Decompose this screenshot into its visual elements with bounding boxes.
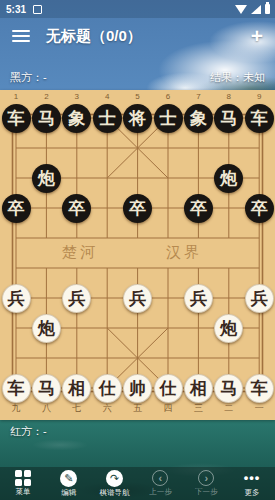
piece-black-卒[interactable]: 卒 <box>245 194 274 223</box>
hamburger-menu-icon[interactable] <box>12 27 30 45</box>
nav-menu-button[interactable]: 菜单 <box>6 470 40 497</box>
piece-black-马[interactable]: 马 <box>214 104 243 133</box>
file-label-top-2: 2 <box>36 92 56 101</box>
notification-icon <box>33 5 42 14</box>
file-label-top-9: 9 <box>249 92 269 101</box>
piece-red-仕[interactable]: 仕 <box>93 374 122 403</box>
nav-edit-button[interactable]: ✎ 编辑 <box>52 470 86 498</box>
piece-black-车[interactable]: 车 <box>2 104 31 133</box>
file-label-top-8: 8 <box>219 92 239 101</box>
river-label-chu: 楚河 <box>62 243 98 262</box>
file-label-top-5: 5 <box>128 92 148 101</box>
toolbar: 无标题（0/0） + <box>0 18 275 54</box>
piece-red-兵[interactable]: 兵 <box>123 284 152 313</box>
next-step-icon: › <box>198 470 214 486</box>
piece-red-炮[interactable]: 炮 <box>214 314 243 343</box>
status-bar: 5:31 <box>0 0 275 18</box>
piece-red-兵[interactable]: 兵 <box>245 284 274 313</box>
add-button[interactable]: + <box>251 26 263 46</box>
nav-more-button[interactable]: ••• 更多 <box>235 470 269 498</box>
piece-black-士[interactable]: 士 <box>93 104 122 133</box>
piece-black-马[interactable]: 马 <box>32 104 61 133</box>
file-label-bottom-5: 五 <box>128 402 148 415</box>
piece-red-兵[interactable]: 兵 <box>62 284 91 313</box>
piece-black-炮[interactable]: 炮 <box>214 164 243 193</box>
file-label-bottom-3: 七 <box>67 402 87 415</box>
piece-red-兵[interactable]: 兵 <box>184 284 213 313</box>
piece-red-车[interactable]: 车 <box>2 374 31 403</box>
file-label-top-7: 7 <box>188 92 208 101</box>
edit-pencil-icon: ✎ <box>60 470 77 487</box>
grid-menu-icon <box>15 470 31 486</box>
piece-red-炮[interactable]: 炮 <box>32 314 61 343</box>
file-label-bottom-8: 二 <box>219 402 239 415</box>
piece-black-象[interactable]: 象 <box>184 104 213 133</box>
black-player-row: 黑方：- 结果：未知 <box>0 70 275 85</box>
nav-record-navigate-button[interactable]: ↷ 棋谱导航 <box>98 470 132 498</box>
file-label-top-4: 4 <box>97 92 117 101</box>
river-label-han: 汉界 <box>166 243 202 262</box>
black-player-label: 黑方：- <box>10 70 47 85</box>
bottom-nav-bar: 菜单 ✎ 编辑 ↷ 棋谱导航 ‹ 上一步 › 下一步 ••• 更多 <box>0 467 275 500</box>
wifi-icon <box>235 5 247 14</box>
piece-red-兵[interactable]: 兵 <box>2 284 31 313</box>
piece-black-车[interactable]: 车 <box>245 104 274 133</box>
nav-next-step-button[interactable]: › 下一步 <box>189 470 223 497</box>
more-dots-icon: ••• <box>244 470 261 487</box>
app-screen: 5:31 无标题（0/0） + 黑方：- 结果：未知 <box>0 0 275 500</box>
file-label-bottom-9: 一 <box>249 402 269 415</box>
file-label-bottom-7: 三 <box>188 402 208 415</box>
piece-red-帅[interactable]: 帅 <box>123 374 152 403</box>
nav-prev-step-button[interactable]: ‹ 上一步 <box>143 470 177 497</box>
piece-red-仕[interactable]: 仕 <box>154 374 183 403</box>
piece-black-象[interactable]: 象 <box>62 104 91 133</box>
page-title: 无标题（0/0） <box>46 27 142 46</box>
file-label-top-3: 3 <box>67 92 87 101</box>
board-grid-lines <box>0 90 275 420</box>
piece-black-炮[interactable]: 炮 <box>32 164 61 193</box>
board[interactable]: 楚河 汉界 车马象士将士象马车炮炮卒卒卒卒卒兵兵兵兵兵炮炮车马相仕帅仕相马车12… <box>0 90 275 420</box>
piece-red-相[interactable]: 相 <box>62 374 91 403</box>
piece-black-将[interactable]: 将 <box>123 104 152 133</box>
red-player-label: 红方：- <box>10 424 47 439</box>
file-label-bottom-2: 八 <box>36 402 56 415</box>
piece-red-车[interactable]: 车 <box>245 374 274 403</box>
clock-time: 5:31 <box>6 4 26 15</box>
red-player-row: 红方：- <box>0 424 275 439</box>
file-label-bottom-4: 六 <box>97 402 117 415</box>
prev-step-icon: ‹ <box>152 470 168 486</box>
piece-black-士[interactable]: 士 <box>154 104 183 133</box>
piece-red-马[interactable]: 马 <box>214 374 243 403</box>
navigate-arrow-icon: ↷ <box>106 470 123 487</box>
piece-black-卒[interactable]: 卒 <box>62 194 91 223</box>
signal-icon <box>251 5 261 14</box>
piece-red-马[interactable]: 马 <box>32 374 61 403</box>
file-label-bottom-1: 九 <box>6 402 26 415</box>
result-label: 结果：未知 <box>210 70 265 85</box>
file-label-bottom-6: 四 <box>158 402 178 415</box>
piece-black-卒[interactable]: 卒 <box>123 194 152 223</box>
piece-black-卒[interactable]: 卒 <box>2 194 31 223</box>
piece-black-卒[interactable]: 卒 <box>184 194 213 223</box>
file-label-top-1: 1 <box>6 92 26 101</box>
file-label-top-6: 6 <box>158 92 178 101</box>
battery-icon <box>265 4 270 14</box>
piece-red-相[interactable]: 相 <box>184 374 213 403</box>
